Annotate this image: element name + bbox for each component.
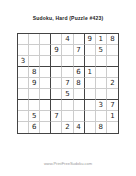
sudoku-cell-r3c2 bbox=[29, 56, 40, 67]
sudoku-cell-r4c3 bbox=[40, 67, 51, 78]
sudoku-cell-r3c5 bbox=[62, 56, 73, 67]
sudoku-cell-r5c8 bbox=[96, 78, 107, 89]
sudoku-cell-r2c4: 9 bbox=[51, 45, 62, 56]
sudoku-cell-r8c2: 5 bbox=[29, 111, 40, 122]
sudoku-cell-r6c8 bbox=[96, 89, 107, 100]
sudoku-cell-r1c3 bbox=[40, 34, 51, 45]
sudoku-cell-r2c9 bbox=[107, 45, 118, 56]
sudoku-cell-r4c7: 1 bbox=[85, 67, 96, 78]
sudoku-cell-r6c1 bbox=[18, 89, 29, 100]
sudoku-cell-r1c2 bbox=[29, 34, 40, 45]
sudoku-cell-r5c5: 7 bbox=[62, 78, 73, 89]
sudoku-cell-r3c9 bbox=[107, 56, 118, 67]
sudoku-cell-r8c1 bbox=[18, 111, 29, 122]
sudoku-cell-r6c7 bbox=[85, 89, 96, 100]
sudoku-cell-r3c7 bbox=[85, 56, 96, 67]
sudoku-cell-r8c7 bbox=[85, 111, 96, 122]
sudoku-cell-r5c9: 2 bbox=[107, 78, 118, 89]
sudoku-cell-r9c5: 2 bbox=[62, 122, 73, 133]
sudoku-cell-r5c3 bbox=[40, 78, 51, 89]
sudoku-cell-r4c4 bbox=[51, 67, 62, 78]
sudoku-cell-r5c1 bbox=[18, 78, 29, 89]
sudoku-cell-r4c2: 8 bbox=[29, 67, 40, 78]
sudoku-cell-r9c2: 6 bbox=[29, 122, 40, 133]
sudoku-cell-r1c7: 9 bbox=[85, 34, 96, 45]
sudoku-cell-r3c4 bbox=[51, 56, 62, 67]
sudoku-cell-r8c5 bbox=[62, 111, 73, 122]
sudoku-cell-r7c5 bbox=[62, 100, 73, 111]
sudoku-cell-r9c4 bbox=[51, 122, 62, 133]
sudoku-cell-r8c6 bbox=[74, 111, 85, 122]
sudoku-cell-r9c1 bbox=[18, 122, 29, 133]
sudoku-cell-r1c6 bbox=[74, 34, 85, 45]
sudoku-cell-r6c6 bbox=[74, 89, 85, 100]
sudoku-cell-r4c1 bbox=[18, 67, 29, 78]
sudoku-cell-r5c7 bbox=[85, 78, 96, 89]
sudoku-cell-r6c4 bbox=[51, 89, 62, 100]
sudoku-cell-r8c8 bbox=[96, 111, 107, 122]
sudoku-cell-r4c6: 6 bbox=[74, 67, 85, 78]
sudoku-cell-r6c9 bbox=[107, 89, 118, 100]
sudoku-cell-r2c8: 5 bbox=[96, 45, 107, 56]
page: Sudoku, Hard (Puzzle #423) 4918975386197… bbox=[0, 0, 136, 176]
sudoku-cell-r7c9: 7 bbox=[107, 100, 118, 111]
sudoku-cell-r8c3 bbox=[40, 111, 51, 122]
sudoku-cell-r1c5: 4 bbox=[62, 34, 73, 45]
sudoku-cell-r4c9 bbox=[107, 67, 118, 78]
sudoku-cell-r2c7 bbox=[85, 45, 96, 56]
sudoku-cell-r9c7 bbox=[85, 122, 96, 133]
sudoku-cell-r1c1 bbox=[18, 34, 29, 45]
sudoku-cell-r5c4 bbox=[51, 78, 62, 89]
sudoku-cell-r1c4 bbox=[51, 34, 62, 45]
sudoku-board: 4918975386197825375716248 bbox=[17, 33, 119, 134]
sudoku-cell-r6c2 bbox=[29, 89, 40, 100]
sudoku-cell-r7c7 bbox=[85, 100, 96, 111]
sudoku-cell-r7c8: 3 bbox=[96, 100, 107, 111]
sudoku-cell-r8c9: 1 bbox=[107, 111, 118, 122]
sudoku-cell-r1c9: 8 bbox=[107, 34, 118, 45]
sudoku-cell-r4c8 bbox=[96, 67, 107, 78]
sudoku-cell-r7c4 bbox=[51, 100, 62, 111]
sudoku-cell-r2c5 bbox=[62, 45, 73, 56]
sudoku-cell-r2c3 bbox=[40, 45, 51, 56]
sudoku-cell-r9c3 bbox=[40, 122, 51, 133]
sudoku-cell-r9c8: 8 bbox=[96, 122, 107, 133]
sudoku-cell-r3c3 bbox=[40, 56, 51, 67]
sudoku-cell-r6c3 bbox=[40, 89, 51, 100]
sudoku-cell-r3c6 bbox=[74, 56, 85, 67]
sudoku-cell-r8c4: 7 bbox=[51, 111, 62, 122]
sudoku-cell-r5c2: 9 bbox=[29, 78, 40, 89]
sudoku-cell-r2c2 bbox=[29, 45, 40, 56]
sudoku-cell-r9c9 bbox=[107, 122, 118, 133]
footer-url: www.PrintFreeSudoku.com bbox=[0, 161, 136, 166]
puzzle-title: Sudoku, Hard (Puzzle #423) bbox=[0, 15, 136, 21]
sudoku-cell-r6c5: 5 bbox=[62, 89, 73, 100]
sudoku-cell-r7c3 bbox=[40, 100, 51, 111]
sudoku-cell-r4c5 bbox=[62, 67, 73, 78]
sudoku-cell-r3c1: 3 bbox=[18, 56, 29, 67]
sudoku-cell-r2c1 bbox=[18, 45, 29, 56]
sudoku-cell-r3c8 bbox=[96, 56, 107, 67]
sudoku-cell-r7c6 bbox=[74, 100, 85, 111]
sudoku-cell-r1c8: 1 bbox=[96, 34, 107, 45]
sudoku-cell-r9c6: 4 bbox=[74, 122, 85, 133]
sudoku-cell-r2c6: 7 bbox=[74, 45, 85, 56]
sudoku-cell-r7c1 bbox=[18, 100, 29, 111]
sudoku-cell-r5c6: 8 bbox=[74, 78, 85, 89]
sudoku-cell-r7c2 bbox=[29, 100, 40, 111]
